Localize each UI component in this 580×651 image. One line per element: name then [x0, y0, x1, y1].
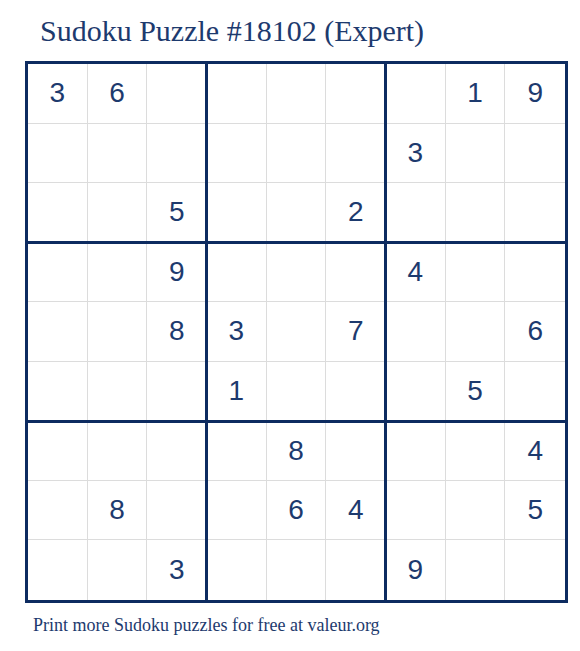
cell-r5c4[interactable]: 3: [207, 302, 267, 362]
cell-r5c3[interactable]: 8: [147, 302, 207, 362]
cell-r9c2[interactable]: [88, 540, 148, 600]
cell-r4c9[interactable]: [505, 243, 565, 303]
cell-r8c6[interactable]: 4: [326, 481, 386, 541]
cell-r1c8[interactable]: 1: [446, 64, 506, 124]
cell-r2c3[interactable]: [147, 124, 207, 184]
cell-r4c5[interactable]: [267, 243, 327, 303]
cell-r9c5[interactable]: [267, 540, 327, 600]
cell-r9c4[interactable]: [207, 540, 267, 600]
cell-r7c1[interactable]: [28, 421, 88, 481]
cell-r1c4[interactable]: [207, 64, 267, 124]
cell-r2c9[interactable]: [505, 124, 565, 184]
cell-r9c8[interactable]: [446, 540, 506, 600]
cell-r5c1[interactable]: [28, 302, 88, 362]
cell-r5c6[interactable]: 7: [326, 302, 386, 362]
cell-r3c7[interactable]: [386, 183, 446, 243]
cell-r8c3[interactable]: [147, 481, 207, 541]
cell-r7c4[interactable]: [207, 421, 267, 481]
cell-r8c8[interactable]: [446, 481, 506, 541]
cell-r4c8[interactable]: [446, 243, 506, 303]
cell-r9c1[interactable]: [28, 540, 88, 600]
cell-r7c8[interactable]: [446, 421, 506, 481]
cell-r1c2[interactable]: 6: [88, 64, 148, 124]
cell-r7c6[interactable]: [326, 421, 386, 481]
cell-r1c1[interactable]: 3: [28, 64, 88, 124]
cell-r4c6[interactable]: [326, 243, 386, 303]
cell-r7c7[interactable]: [386, 421, 446, 481]
cell-r4c4[interactable]: [207, 243, 267, 303]
cell-r5c5[interactable]: [267, 302, 327, 362]
cell-r3c8[interactable]: [446, 183, 506, 243]
cell-r4c2[interactable]: [88, 243, 148, 303]
cell-r2c2[interactable]: [88, 124, 148, 184]
cell-r4c3[interactable]: 9: [147, 243, 207, 303]
cell-r8c2[interactable]: 8: [88, 481, 148, 541]
cell-r8c4[interactable]: [207, 481, 267, 541]
cell-r5c8[interactable]: [446, 302, 506, 362]
cell-r6c6[interactable]: [326, 362, 386, 422]
cell-r1c9[interactable]: 9: [505, 64, 565, 124]
cell-r5c7[interactable]: [386, 302, 446, 362]
cell-r2c1[interactable]: [28, 124, 88, 184]
cell-r3c5[interactable]: [267, 183, 327, 243]
cell-r3c3[interactable]: 5: [147, 183, 207, 243]
cell-r6c4[interactable]: 1: [207, 362, 267, 422]
cell-r4c7[interactable]: 4: [386, 243, 446, 303]
cell-r2c6[interactable]: [326, 124, 386, 184]
cell-r7c9[interactable]: 4: [505, 421, 565, 481]
page-title: Sudoku Puzzle #18102 (Expert): [40, 14, 424, 48]
sudoku-board: 36193529483761584864539: [25, 61, 568, 603]
cell-r9c7[interactable]: 9: [386, 540, 446, 600]
cell-r6c5[interactable]: [267, 362, 327, 422]
cell-r5c9[interactable]: 6: [505, 302, 565, 362]
cell-r9c6[interactable]: [326, 540, 386, 600]
cell-r6c8[interactable]: 5: [446, 362, 506, 422]
cell-r6c3[interactable]: [147, 362, 207, 422]
cell-r2c4[interactable]: [207, 124, 267, 184]
cell-r3c6[interactable]: 2: [326, 183, 386, 243]
cell-r1c5[interactable]: [267, 64, 327, 124]
cell-r3c2[interactable]: [88, 183, 148, 243]
cell-r8c9[interactable]: 5: [505, 481, 565, 541]
cell-r8c7[interactable]: [386, 481, 446, 541]
cell-r4c1[interactable]: [28, 243, 88, 303]
cell-r1c7[interactable]: [386, 64, 446, 124]
cell-r7c5[interactable]: 8: [267, 421, 327, 481]
cell-r8c1[interactable]: [28, 481, 88, 541]
cell-r3c1[interactable]: [28, 183, 88, 243]
cell-r6c7[interactable]: [386, 362, 446, 422]
cell-r9c9[interactable]: [505, 540, 565, 600]
cell-r6c1[interactable]: [28, 362, 88, 422]
footer-text: Print more Sudoku puzzles for free at va…: [33, 615, 380, 636]
cell-r2c7[interactable]: 3: [386, 124, 446, 184]
cell-r8c5[interactable]: 6: [267, 481, 327, 541]
cell-r5c2[interactable]: [88, 302, 148, 362]
cell-r7c2[interactable]: [88, 421, 148, 481]
cell-r3c9[interactable]: [505, 183, 565, 243]
cell-r6c9[interactable]: [505, 362, 565, 422]
cell-r7c3[interactable]: [147, 421, 207, 481]
cell-r9c3[interactable]: 3: [147, 540, 207, 600]
cell-r6c2[interactable]: [88, 362, 148, 422]
cell-r1c6[interactable]: [326, 64, 386, 124]
cell-r1c3[interactable]: [147, 64, 207, 124]
cell-r2c8[interactable]: [446, 124, 506, 184]
cell-r3c4[interactable]: [207, 183, 267, 243]
cell-r2c5[interactable]: [267, 124, 327, 184]
